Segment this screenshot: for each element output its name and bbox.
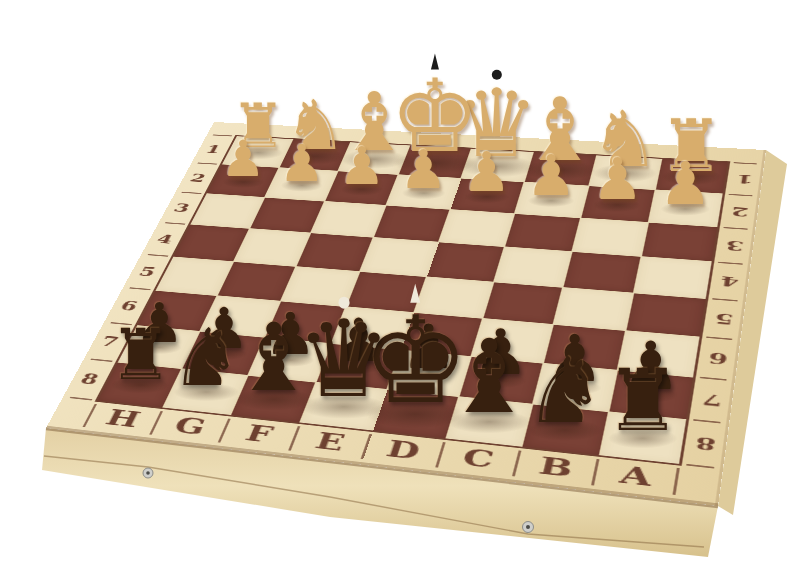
square-b4 — [563, 252, 640, 292]
square-d8 — [373, 390, 458, 439]
square-e4 — [361, 238, 437, 276]
square-b2 — [581, 186, 654, 222]
screw-icon — [523, 522, 534, 533]
label-tick — [70, 397, 92, 400]
label-tick — [512, 450, 521, 476]
label-tick — [148, 254, 169, 256]
square-f5 — [282, 267, 360, 307]
rank-label-right-8: 8 — [682, 419, 729, 468]
square-c5 — [483, 282, 562, 324]
square-e8 — [301, 383, 386, 431]
label-tick — [110, 322, 132, 325]
square-a2 — [649, 190, 723, 227]
square-c1 — [524, 152, 596, 186]
label-tick — [673, 468, 680, 495]
square-c3 — [505, 214, 580, 251]
square-a6 — [618, 331, 699, 377]
label-tick — [686, 464, 714, 468]
square-d3 — [439, 210, 514, 247]
scene: HGFEDCBA1234567812345678 ♜♞♝♛♚♝♞♜♟♟♟♟♟♟♟… — [0, 0, 804, 584]
screw-icon — [143, 468, 153, 478]
label-tick — [734, 162, 757, 164]
square-f4 — [297, 233, 373, 270]
rank-label-right-2: 2 — [720, 194, 760, 229]
label-tick — [700, 377, 727, 381]
square-d4 — [427, 243, 504, 282]
label-tick — [198, 163, 218, 165]
square-c2 — [515, 182, 588, 217]
square-a4 — [634, 257, 711, 298]
square-d5 — [414, 277, 493, 318]
square-b5 — [554, 287, 633, 329]
rank-label-right-3: 3 — [714, 227, 755, 264]
square-d1 — [461, 149, 532, 182]
label-tick — [83, 404, 97, 427]
rank-label-right-7: 7 — [689, 377, 735, 423]
label-tick — [723, 227, 747, 229]
label-tick — [436, 442, 446, 467]
playing-field — [95, 135, 731, 466]
label-tick — [706, 337, 732, 340]
square-d6 — [401, 313, 482, 356]
square-a3 — [642, 223, 717, 262]
square-c6 — [471, 318, 552, 362]
square-e6 — [332, 307, 412, 350]
square-b6 — [544, 325, 625, 370]
square-f3 — [312, 202, 386, 238]
square-e5 — [347, 272, 425, 312]
label-tick — [729, 194, 753, 196]
square-d7 — [387, 350, 470, 396]
label-tick — [129, 287, 150, 290]
label-tick — [718, 262, 743, 265]
square-e1 — [399, 145, 470, 178]
rank-label-right-6: 6 — [696, 337, 740, 381]
square-b8 — [522, 404, 608, 455]
square-b7 — [533, 363, 616, 411]
square-a7 — [609, 370, 693, 419]
square-a1 — [656, 159, 728, 194]
square-c7 — [459, 357, 542, 404]
square-c8 — [446, 397, 531, 447]
label-tick — [218, 419, 230, 443]
label-tick — [693, 419, 720, 423]
square-a8 — [600, 412, 686, 464]
label-tick — [165, 222, 185, 224]
square-b1 — [589, 155, 661, 189]
square-b3 — [572, 218, 647, 256]
square-f2 — [325, 171, 397, 205]
square-d2 — [450, 179, 523, 214]
label-tick — [712, 298, 737, 301]
label-tick — [591, 459, 599, 485]
label-tick — [150, 411, 163, 435]
square-c4 — [494, 247, 571, 286]
square-e3 — [374, 206, 448, 242]
label-tick — [91, 359, 113, 362]
label-tick — [361, 434, 372, 459]
square-e7 — [317, 344, 399, 389]
rank-label-right-1: 1 — [725, 163, 764, 197]
label-tick — [213, 135, 232, 137]
square-f1 — [339, 142, 410, 174]
square-e2 — [387, 175, 460, 209]
label-tick — [182, 192, 202, 194]
rank-label-right-4: 4 — [708, 262, 750, 301]
rank-label-right-5: 5 — [702, 299, 745, 341]
label-tick — [289, 426, 301, 450]
square-a5 — [626, 293, 705, 336]
